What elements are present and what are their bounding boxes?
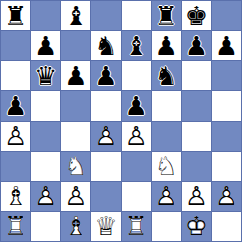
square-d1[interactable]: ♛♕ [91,212,120,241]
square-d3[interactable] [91,152,120,181]
square-h8[interactable] [212,1,241,30]
square-h6[interactable] [212,61,241,90]
piece-white-rook[interactable]: ♖ [1,212,30,241]
piece-black-pawn[interactable]: ♟ [61,61,90,90]
piece-black-bishop[interactable]: ♝ [122,31,151,60]
piece-white-bishop[interactable]: ♗ [61,212,90,241]
square-d4[interactable]: ♟♙ [91,122,120,151]
square-c3[interactable]: ♞♘ [61,152,90,181]
square-b1[interactable] [31,212,60,241]
square-d5[interactable] [91,91,120,120]
square-f3[interactable]: ♞♘ [152,152,181,181]
square-h7[interactable]: ♟ [212,31,241,60]
square-a4[interactable]: ♟♙ [1,122,30,151]
piece-white-pawn[interactable]: ♙ [182,182,211,211]
piece-white-pawn-fill: ♟ [91,122,120,151]
piece-white-rook[interactable]: ♖ [122,212,151,241]
piece-white-pawn[interactable]: ♙ [152,182,181,211]
piece-white-pawn-fill: ♟ [212,182,241,211]
square-e4[interactable]: ♟♙ [122,122,151,151]
square-d2[interactable] [91,182,120,211]
piece-white-knight-fill: ♞ [152,152,181,181]
piece-white-rook-fill: ♜ [1,212,30,241]
piece-white-knight[interactable]: ♘ [61,152,90,181]
piece-black-rook[interactable]: ♜ [152,1,181,30]
square-e6[interactable] [122,61,151,90]
square-f7[interactable]: ♟ [152,31,181,60]
piece-white-queen[interactable]: ♕ [91,212,120,241]
chess-board: ♜♝♜♚♟♞♝♟♟♟♛♟♟♞♟♟♟♙♟♙♟♙♞♘♞♘♝♗♟♙♟♙♟♙♟♙♟♙♜♖… [0,0,242,242]
square-b2[interactable]: ♟♙ [31,182,60,211]
square-b4[interactable] [31,122,60,151]
piece-black-knight[interactable]: ♞ [152,61,181,90]
square-b5[interactable] [31,91,60,120]
piece-black-queen[interactable]: ♛ [31,61,60,90]
square-c1[interactable]: ♝♗ [61,212,90,241]
piece-black-pawn[interactable]: ♟ [152,31,181,60]
square-d8[interactable] [91,1,120,30]
square-h2[interactable]: ♟♙ [212,182,241,211]
square-c4[interactable] [61,122,90,151]
square-b6[interactable]: ♛ [31,61,60,90]
square-c5[interactable] [61,91,90,120]
square-b8[interactable] [31,1,60,30]
piece-white-knight[interactable]: ♘ [152,152,181,181]
piece-white-bishop[interactable]: ♗ [1,182,30,211]
piece-white-pawn[interactable]: ♙ [1,122,30,151]
square-f4[interactable] [152,122,181,151]
square-g5[interactable] [182,91,211,120]
square-d6[interactable]: ♟ [91,61,120,90]
piece-white-king-fill: ♚ [182,212,211,241]
square-c2[interactable]: ♟♙ [61,182,90,211]
square-e5[interactable]: ♟ [122,91,151,120]
square-g6[interactable] [182,61,211,90]
piece-white-queen-fill: ♛ [91,212,120,241]
piece-black-pawn[interactable]: ♟ [91,61,120,90]
piece-white-pawn[interactable]: ♙ [212,182,241,211]
square-e7[interactable]: ♝ [122,31,151,60]
piece-white-knight-fill: ♞ [61,152,90,181]
square-g4[interactable] [182,122,211,151]
square-b7[interactable]: ♟ [31,31,60,60]
square-b3[interactable] [31,152,60,181]
piece-white-rook-fill: ♜ [122,212,151,241]
piece-black-pawn[interactable]: ♟ [182,31,211,60]
square-a7[interactable] [1,31,30,60]
piece-white-bishop-fill: ♝ [1,182,30,211]
piece-white-pawn-fill: ♟ [182,182,211,211]
piece-white-pawn-fill: ♟ [122,122,151,151]
square-g7[interactable]: ♟ [182,31,211,60]
square-c7[interactable] [61,31,90,60]
square-h5[interactable] [212,91,241,120]
square-e3[interactable] [122,152,151,181]
square-d7[interactable]: ♞ [91,31,120,60]
piece-white-bishop-fill: ♝ [61,212,90,241]
square-g2[interactable]: ♟♙ [182,182,211,211]
board-container: ♜♝♜♚♟♞♝♟♟♟♛♟♟♞♟♟♟♙♟♙♟♙♞♘♞♘♝♗♟♙♟♙♟♙♟♙♟♙♜♖… [0,0,242,242]
piece-black-king[interactable]: ♚ [182,1,211,30]
square-g8[interactable]: ♚ [182,1,211,30]
piece-white-pawn-fill: ♟ [61,182,90,211]
square-f8[interactable]: ♜ [152,1,181,30]
square-a6[interactable] [1,61,30,90]
piece-white-pawn[interactable]: ♙ [31,182,60,211]
piece-white-pawn[interactable]: ♙ [61,182,90,211]
square-e8[interactable] [122,1,151,30]
piece-black-pawn[interactable]: ♟ [212,31,241,60]
piece-white-pawn-fill: ♟ [31,182,60,211]
square-f2[interactable]: ♟♙ [152,182,181,211]
piece-black-rook[interactable]: ♜ [1,1,30,30]
piece-white-king[interactable]: ♔ [182,212,211,241]
square-f1[interactable] [152,212,181,241]
square-g3[interactable] [182,152,211,181]
square-e1[interactable]: ♜♖ [122,212,151,241]
piece-white-pawn[interactable]: ♙ [122,122,151,151]
square-c6[interactable]: ♟ [61,61,90,90]
square-f5[interactable] [152,91,181,120]
piece-black-pawn[interactable]: ♟ [122,91,151,120]
square-a5[interactable]: ♟ [1,91,30,120]
square-a1[interactable]: ♜♖ [1,212,30,241]
piece-black-bishop[interactable]: ♝ [61,1,90,30]
square-c8[interactable]: ♝ [61,1,90,30]
piece-white-pawn[interactable]: ♙ [91,122,120,151]
piece-white-pawn-fill: ♟ [152,182,181,211]
square-h4[interactable] [212,122,241,151]
piece-white-pawn-fill: ♟ [1,122,30,151]
square-h3[interactable] [212,152,241,181]
square-a8[interactable]: ♜ [1,1,30,30]
piece-black-pawn[interactable]: ♟ [31,31,60,60]
square-a2[interactable]: ♝♗ [1,182,30,211]
square-g1[interactable]: ♚♔ [182,212,211,241]
square-a3[interactable] [1,152,30,181]
square-h1[interactable] [212,212,241,241]
square-f6[interactable]: ♞ [152,61,181,90]
piece-black-pawn[interactable]: ♟ [1,91,30,120]
piece-black-knight[interactable]: ♞ [91,31,120,60]
square-e2[interactable] [122,182,151,211]
